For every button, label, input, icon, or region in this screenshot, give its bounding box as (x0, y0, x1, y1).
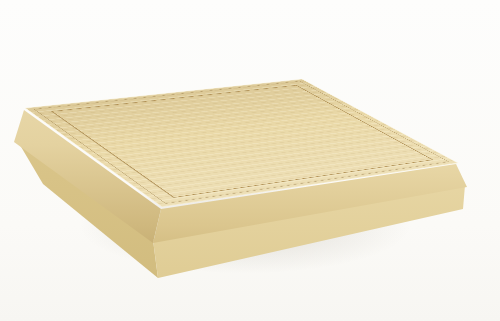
chessboard-photo (0, 0, 500, 321)
